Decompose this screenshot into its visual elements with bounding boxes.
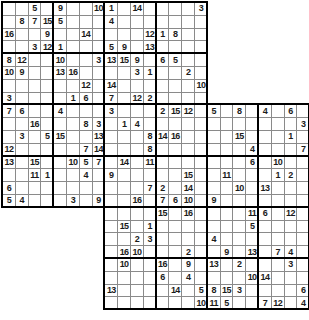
g1-cell-r9c1: 7 — [2, 104, 16, 118]
g1-cell-r7c10[interactable] — [117, 79, 131, 93]
g1-cell-r3c7: 14 — [79, 28, 93, 42]
g1-cell-r5c11: 9 — [130, 53, 144, 67]
g2-cell-r3c9[interactable] — [207, 130, 221, 144]
g1-cell-r13c11[interactable] — [130, 156, 144, 170]
g2-cell-r5c9[interactable] — [207, 156, 221, 170]
g1-cell-r15c2[interactable] — [15, 181, 29, 195]
g2-cell-r14c9[interactable] — [207, 271, 221, 285]
g2-cell-r9c2[interactable] — [117, 207, 131, 221]
g2-cell-r11c13[interactable] — [258, 232, 272, 246]
g1-cell-r11c7[interactable] — [79, 130, 93, 144]
g1-cell-r13c15[interactable] — [181, 156, 195, 170]
g2-cell-r1c11: 8 — [232, 104, 246, 118]
g2-cell-r6c10: 11 — [220, 168, 234, 182]
g1-cell-r10c5[interactable] — [53, 117, 67, 131]
g2-cell-r3c13[interactable] — [258, 130, 272, 144]
g2-cell-r13c1[interactable] — [104, 258, 118, 272]
g1-cell-r10c13[interactable] — [156, 117, 170, 131]
g1-cell-r2c5: 5 — [53, 15, 67, 29]
g1-cell-r5c3[interactable] — [28, 53, 42, 67]
g2-cell-r13c5: 16 — [156, 258, 170, 272]
g1-cell-r14c14[interactable] — [168, 168, 182, 182]
g2-cell-r7c15[interactable] — [284, 181, 298, 195]
g1-cell-r11c11[interactable] — [130, 130, 144, 144]
g1-cell-r5c2: 12 — [15, 53, 29, 67]
g1-cell-r15c6[interactable] — [66, 181, 80, 195]
g2-cell-r14c13: 14 — [258, 271, 272, 285]
g1-cell-r6c9[interactable] — [104, 66, 118, 80]
g1-cell-r5c1: 8 — [2, 53, 16, 67]
g2-cell-r15c1: 13 — [104, 284, 118, 298]
g2-cell-r13c15: 3 — [284, 258, 298, 272]
g1-cell-r5c6[interactable] — [66, 53, 80, 67]
g2-cell-r5c13[interactable] — [258, 156, 272, 170]
g1-cell-r15c9[interactable] — [104, 181, 118, 195]
g1-cell-r6c11: 3 — [130, 66, 144, 80]
g1-cell-r2c13[interactable] — [156, 15, 170, 29]
g2-cell-r7c14[interactable] — [271, 181, 285, 195]
g1-cell-r14c1[interactable] — [2, 168, 16, 182]
g2-cell-r11c1[interactable] — [104, 232, 118, 246]
g1-cell-r13c9[interactable] — [104, 156, 118, 170]
g2-cell-r10c15[interactable] — [284, 220, 298, 234]
g1-cell-r6c10[interactable] — [117, 66, 131, 80]
g1-cell-r13c10: 14 — [117, 156, 131, 170]
g2-cell-r15c13[interactable] — [258, 284, 272, 298]
g2-cell-r14c2[interactable] — [117, 271, 131, 285]
g2-cell-r10c2: 15 — [117, 220, 131, 234]
g2-cell-r1c15: 6 — [284, 104, 298, 118]
g1-cell-r7c13[interactable] — [156, 79, 170, 93]
g1-cell-r6c2: 9 — [15, 66, 29, 80]
g2-cell-r13c9: 13 — [207, 258, 221, 272]
g1-cell-r13c7: 5 — [79, 156, 93, 170]
g1-cell-r2c6[interactable] — [66, 15, 80, 29]
g1-cell-r9c2: 6 — [15, 104, 29, 118]
g1-cell-r15c5[interactable] — [53, 181, 67, 195]
g1-cell-r3c3[interactable] — [28, 28, 42, 42]
g2-cell-r13c3[interactable] — [130, 258, 144, 272]
g1-cell-r2c1[interactable] — [2, 15, 16, 29]
g1-cell-r3c15[interactable] — [181, 28, 195, 42]
g1-cell-r14c9: 9 — [104, 168, 118, 182]
g1-cell-r13c3: 15 — [28, 156, 42, 170]
g1-cell-r3c6[interactable] — [66, 28, 80, 42]
g2-cell-r7c11: 10 — [232, 181, 246, 195]
g2-cell-r6c13[interactable] — [258, 168, 272, 182]
g2-cell-r13c11: 2 — [232, 258, 246, 272]
g1-cell-r7c6[interactable] — [66, 79, 80, 93]
g1-cell-r13c2[interactable] — [15, 156, 29, 170]
g1-cell-r7c5[interactable] — [53, 79, 67, 93]
g1-cell-r3c9[interactable] — [104, 28, 118, 42]
g1-cell-r11c5: 15 — [53, 130, 67, 144]
g2-cell-r9c7: 16 — [181, 207, 195, 221]
g2-box-line-h16 — [103, 308, 309, 310]
g2-cell-r11c9: 4 — [207, 232, 221, 246]
g1-cell-r2c9: 4 — [104, 15, 118, 29]
g1-cell-r11c13: 14 — [156, 130, 170, 144]
g1-cell-r14c10[interactable] — [117, 168, 131, 182]
g2-cell-r3c14[interactable] — [271, 130, 285, 144]
g2-cell-r5c14: 10 — [271, 156, 285, 170]
g1-cell-r11c6[interactable] — [66, 130, 80, 144]
g1-cell-r10c2[interactable] — [15, 117, 29, 131]
g2-cell-r11c11[interactable] — [232, 232, 246, 246]
g1-cell-r13c13[interactable] — [156, 156, 170, 170]
g2-cell-r14c5: 6 — [156, 271, 170, 285]
g1-cell-r1c10[interactable] — [117, 2, 131, 16]
g1-cell-r6c14[interactable] — [168, 66, 182, 80]
g1-cell-r11c3[interactable] — [28, 130, 42, 144]
g1-cell-r10c11: 4 — [130, 117, 144, 131]
g1-cell-r1c6[interactable] — [66, 2, 80, 16]
g1-cell-r14c6[interactable] — [66, 168, 80, 182]
g1-cell-r2c10[interactable] — [117, 15, 131, 29]
g1-cell-r13c1: 13 — [2, 156, 16, 170]
g1-cell-r3c14: 8 — [168, 28, 182, 42]
g1-cell-r10c1[interactable] — [2, 117, 16, 131]
g2-cell-r11c3: 2 — [130, 232, 144, 246]
g1-cell-r7c14[interactable] — [168, 79, 182, 93]
g1-cell-r14c7: 4 — [79, 168, 93, 182]
g1-cell-r1c13[interactable] — [156, 2, 170, 16]
g1-cell-r15c7[interactable] — [79, 181, 93, 195]
g1-cell-r1c9: 1 — [104, 2, 118, 16]
g2-cell-r14c14[interactable] — [271, 271, 285, 285]
g1-cell-r2c11[interactable] — [130, 15, 144, 29]
g1-cell-r9c15: 12 — [181, 104, 195, 118]
g2-cell-r2c9[interactable] — [207, 117, 221, 131]
g1-cell-r2c2: 8 — [15, 15, 29, 29]
g2-cell-r2c10[interactable] — [220, 117, 234, 131]
g2-cell-r11c10[interactable] — [220, 232, 234, 246]
g2-cell-r14c1[interactable] — [104, 271, 118, 285]
g2-cell-r10c5[interactable] — [156, 220, 170, 234]
g1-cell-r7c11[interactable] — [130, 79, 144, 93]
g2-cell-r15c11: 3 — [232, 284, 246, 298]
g1-cell-r10c3: 16 — [28, 117, 42, 131]
g2-cell-r6c14: 1 — [271, 168, 285, 182]
g1-cell-r11c2: 3 — [15, 130, 29, 144]
g2-cell-r7c9[interactable] — [207, 181, 221, 195]
g1-cell-r1c3: 5 — [28, 2, 42, 16]
g2-cell-r1c13: 4 — [258, 104, 272, 118]
g1-cell-r6c7[interactable] — [79, 66, 93, 80]
g1-cell-r6c5: 13 — [53, 66, 67, 80]
g2-cell-r15c6: 14 — [168, 284, 182, 298]
g1-cell-r14c13[interactable] — [156, 168, 170, 182]
g1-cell-r3c5[interactable] — [53, 28, 67, 42]
g2-cell-r9c14[interactable] — [271, 207, 285, 221]
g1-cell-r2c7[interactable] — [79, 15, 93, 29]
g2-cell-r15c7[interactable] — [181, 284, 195, 298]
g1-cell-r15c13: 2 — [156, 181, 170, 195]
g2-cell-r15c5[interactable] — [156, 284, 170, 298]
g2-cell-r1c14[interactable] — [271, 104, 285, 118]
g1-cell-r11c14: 16 — [168, 130, 182, 144]
g1-cell-r15c15: 14 — [181, 181, 195, 195]
g1-cell-r15c14[interactable] — [168, 181, 182, 195]
g2-cell-r3c16[interactable] — [296, 130, 309, 144]
g1-cell-r6c6: 16 — [66, 66, 80, 80]
g1-cell-r1c5: 9 — [53, 2, 67, 16]
g2-cell-r9c11[interactable] — [232, 207, 246, 221]
g1-cell-r9c13: 2 — [156, 104, 170, 118]
g1-cell-r6c15: 2 — [181, 66, 195, 80]
g2-box-line-h8 — [103, 206, 309, 208]
g1-cell-r13c14[interactable] — [168, 156, 182, 170]
g2-cell-r13c2: 10 — [117, 258, 131, 272]
g1-cell-r11c1[interactable] — [2, 130, 16, 144]
g1-cell-r1c15[interactable] — [181, 2, 195, 16]
g2-box-line-v12 — [257, 103, 259, 310]
g1-cell-r15c1: 6 — [2, 181, 16, 195]
g2-cell-r3c10[interactable] — [220, 130, 234, 144]
g2-cell-r15c14[interactable] — [271, 284, 285, 298]
g1-cell-r14c11[interactable] — [130, 168, 144, 182]
g1-cell-r7c2[interactable] — [15, 79, 29, 93]
g2-cell-r2c11[interactable] — [232, 117, 246, 131]
g2-cell-r13c14[interactable] — [271, 258, 285, 272]
puzzle-board: 5910114387155416914121831215913812103131… — [0, 0, 309, 320]
g1-cell-r9c14: 15 — [168, 104, 182, 118]
g1-cell-r13c6: 10 — [66, 156, 80, 170]
g1-cell-r15c11[interactable] — [130, 181, 144, 195]
g1-cell-r2c15[interactable] — [181, 15, 195, 29]
g2-cell-r6c16[interactable] — [296, 168, 309, 182]
g1-cell-r10c9[interactable] — [104, 117, 118, 131]
g2-cell-r7c16[interactable] — [296, 181, 309, 195]
g1-cell-r11c9[interactable] — [104, 130, 118, 144]
g2-cell-r9c3[interactable] — [130, 207, 144, 221]
g1-cell-r9c5: 4 — [53, 104, 67, 118]
g1-cell-r14c3: 11 — [28, 168, 42, 182]
g2-cell-r7c10[interactable] — [220, 181, 234, 195]
g1-cell-r10c10: 1 — [117, 117, 131, 131]
g2-cell-r1c16[interactable] — [296, 104, 309, 118]
g1-cell-r5c13: 6 — [156, 53, 170, 67]
g2-cell-r11c5[interactable] — [156, 232, 170, 246]
g2-cell-r11c14[interactable] — [271, 232, 285, 246]
g2-cell-r7c13: 13 — [258, 181, 272, 195]
g2-cell-r14c10[interactable] — [220, 271, 234, 285]
g2-cell-r10c1[interactable] — [104, 220, 118, 234]
g2-cell-r10c10[interactable] — [220, 220, 234, 234]
g2-cell-r9c1[interactable] — [104, 207, 118, 221]
g2-cell-r6c15: 2 — [284, 168, 298, 182]
g2-cell-r15c2[interactable] — [117, 284, 131, 298]
g2-cell-r15c16: 6 — [296, 284, 309, 298]
g2-cell-r9c10[interactable] — [220, 207, 234, 221]
g1-cell-r7c7: 12 — [79, 79, 93, 93]
g2-cell-r3c15: 1 — [284, 130, 298, 144]
g2-cell-r15c9: 8 — [207, 284, 221, 298]
g2-cell-r13c10[interactable] — [220, 258, 234, 272]
g1-cell-r9c7[interactable] — [79, 104, 93, 118]
g2-box-line-v16 — [308, 103, 309, 310]
g2-cell-r10c14[interactable] — [271, 220, 285, 234]
g2-cell-r2c13[interactable] — [258, 117, 272, 131]
g1-cell-r9c11[interactable] — [130, 104, 144, 118]
g1-cell-r6c13[interactable] — [156, 66, 170, 80]
g1-cell-r5c5: 10 — [53, 53, 67, 67]
g2-cell-r9c13: 6 — [258, 207, 272, 221]
g2-cell-r10c16[interactable] — [296, 220, 309, 234]
g2-cell-r14c16[interactable] — [296, 271, 309, 285]
g1-cell-r3c13: 1 — [156, 28, 170, 42]
g2-cell-r10c11[interactable] — [232, 220, 246, 234]
g2-cell-r5c10[interactable] — [220, 156, 234, 170]
g1-cell-r3c1: 16 — [2, 28, 16, 42]
g2-cell-r3c11: 15 — [232, 130, 246, 144]
g2-cell-r9c15: 12 — [284, 207, 298, 221]
g2-cell-r10c13[interactable] — [258, 220, 272, 234]
g2-cell-r15c15[interactable] — [284, 284, 298, 298]
g2-cell-r9c5: 15 — [156, 207, 170, 221]
g1-cell-r7c15[interactable] — [181, 79, 195, 93]
g2-cell-r10c6[interactable] — [168, 220, 182, 234]
g1-cell-r10c6[interactable] — [66, 117, 80, 131]
g1-cell-r10c14[interactable] — [168, 117, 182, 131]
g1-cell-r5c9: 13 — [104, 53, 118, 67]
g1-cell-r7c3[interactable] — [28, 79, 42, 93]
g2-cell-r10c9[interactable] — [207, 220, 221, 234]
g2-cell-r11c15[interactable] — [284, 232, 298, 246]
g1-cell-r10c15[interactable] — [181, 117, 195, 131]
g1-cell-r11c15[interactable] — [181, 130, 195, 144]
g1-cell-r10c7: 8 — [79, 117, 93, 131]
g1-cell-r2c14[interactable] — [168, 15, 182, 29]
g2-cell-r11c6[interactable] — [168, 232, 182, 246]
g2-cell-r15c3[interactable] — [130, 284, 144, 298]
g2-box-line-h12 — [103, 257, 309, 259]
g2-cell-r11c2[interactable] — [117, 232, 131, 246]
g1-cell-r5c14: 5 — [168, 53, 182, 67]
g2-cell-r6c11[interactable] — [232, 168, 246, 182]
g1-cell-r9c9: 3 — [104, 104, 118, 118]
g1-cell-r6c1: 10 — [2, 66, 16, 80]
g1-cell-r13c5[interactable] — [53, 156, 67, 170]
g1-cell-r7c1[interactable] — [2, 79, 16, 93]
g1-cell-r3c2[interactable] — [15, 28, 29, 42]
g1-cell-r5c10: 15 — [117, 53, 131, 67]
g2-cell-r14c7: 4 — [181, 271, 195, 285]
g1-cell-r1c7[interactable] — [79, 2, 93, 16]
g1-cell-r1c14[interactable] — [168, 2, 182, 16]
g2-cell-r2c14[interactable] — [271, 117, 285, 131]
g2-cell-r14c11[interactable] — [232, 271, 246, 285]
g1-cell-r3c10[interactable] — [117, 28, 131, 42]
g2-cell-r15c10: 15 — [220, 284, 234, 298]
g2-cell-r6c9[interactable] — [207, 168, 221, 182]
g1-cell-r1c1[interactable] — [2, 2, 16, 16]
g2-cell-r9c9[interactable] — [207, 207, 221, 221]
g1-cell-r7c9: 14 — [104, 79, 118, 93]
g1-cell-r6c3[interactable] — [28, 66, 42, 80]
g2-cell-r10c7[interactable] — [181, 220, 195, 234]
g1-cell-r5c15[interactable] — [181, 53, 195, 67]
g2-cell-r13c16[interactable] — [296, 258, 309, 272]
g1-cell-r11c10[interactable] — [117, 130, 131, 144]
g2-cell-r5c16[interactable] — [296, 156, 309, 170]
g1-cell-r1c11: 14 — [130, 2, 144, 16]
g1-cell-r14c15: 15 — [181, 168, 195, 182]
g2-cell-r5c15[interactable] — [284, 156, 298, 170]
g2-cell-r9c16[interactable] — [296, 207, 309, 221]
g2-cell-r11c7[interactable] — [181, 232, 195, 246]
g2-cell-r14c3[interactable] — [130, 271, 144, 285]
g2-cell-r14c15[interactable] — [284, 271, 298, 285]
g1-cell-r9c3[interactable] — [28, 104, 42, 118]
g2-cell-r14c6[interactable] — [168, 271, 182, 285]
g1-cell-r9c6[interactable] — [66, 104, 80, 118]
g2-cell-r5c11[interactable] — [232, 156, 246, 170]
g1-cell-r3c11[interactable] — [130, 28, 144, 42]
g2-cell-r1c9: 5 — [207, 104, 221, 118]
g1-cell-r14c2[interactable] — [15, 168, 29, 182]
g1-cell-r5c7[interactable] — [79, 53, 93, 67]
g1-cell-r15c3[interactable] — [28, 181, 42, 195]
g1-cell-r9c10[interactable] — [117, 104, 131, 118]
g2-cell-r10c3[interactable] — [130, 220, 144, 234]
g2-cell-r2c15[interactable] — [284, 117, 298, 131]
g2-cell-r2c16: 3 — [296, 117, 309, 131]
g2-cell-r9c6[interactable] — [168, 207, 182, 221]
g1-cell-r2c3: 7 — [28, 15, 42, 29]
g2-cell-r13c6[interactable] — [168, 258, 182, 272]
g2-cell-r13c13[interactable] — [258, 258, 272, 272]
g1-cell-r14c5[interactable] — [53, 168, 67, 182]
g1-cell-r1c2[interactable] — [15, 2, 29, 16]
g2-cell-r13c7: 9 — [181, 258, 195, 272]
g2-cell-r1c10[interactable] — [220, 104, 234, 118]
g2-cell-r11c16[interactable] — [296, 232, 309, 246]
g1-cell-r15c10[interactable] — [117, 181, 131, 195]
